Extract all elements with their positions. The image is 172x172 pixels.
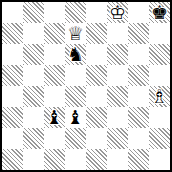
- chess-board: ♚♔♚♚♛♕♞♞♝♗♝♝♝♝: [2, 2, 170, 170]
- square-d4[interactable]: [65, 86, 86, 107]
- square-g8[interactable]: [128, 2, 149, 23]
- square-b2[interactable]: [23, 128, 44, 149]
- square-e4[interactable]: [86, 86, 107, 107]
- black-king-icon: ♚: [149, 2, 170, 23]
- white-king-icon: ♔: [107, 2, 128, 23]
- square-a8[interactable]: [2, 2, 23, 23]
- square-f3[interactable]: [107, 107, 128, 128]
- square-b7[interactable]: [23, 23, 44, 44]
- square-c3[interactable]: ♝♝: [44, 107, 65, 128]
- square-f7[interactable]: [107, 23, 128, 44]
- square-g7[interactable]: [128, 23, 149, 44]
- square-h2[interactable]: [149, 128, 170, 149]
- square-f2[interactable]: [107, 128, 128, 149]
- white-bishop-h4[interactable]: ♝♗: [149, 86, 170, 107]
- square-e2[interactable]: [86, 128, 107, 149]
- square-c2[interactable]: [44, 128, 65, 149]
- square-b1[interactable]: [23, 149, 44, 170]
- square-h4[interactable]: ♝♗: [149, 86, 170, 107]
- black-bishop-icon: ♝: [44, 107, 65, 128]
- square-d1[interactable]: [65, 149, 86, 170]
- white-bishop-icon: ♗: [149, 86, 170, 107]
- square-c8[interactable]: [44, 2, 65, 23]
- square-a7[interactable]: [2, 23, 23, 44]
- square-g3[interactable]: [128, 107, 149, 128]
- square-f1[interactable]: [107, 149, 128, 170]
- square-e3[interactable]: [86, 107, 107, 128]
- square-c1[interactable]: [44, 149, 65, 170]
- square-h8[interactable]: ♚♚: [149, 2, 170, 23]
- square-d7[interactable]: ♛♕: [65, 23, 86, 44]
- black-king-h8[interactable]: ♚♚: [149, 2, 170, 23]
- square-c4[interactable]: [44, 86, 65, 107]
- white-queen-d7[interactable]: ♛♕: [65, 23, 86, 44]
- square-h3[interactable]: [149, 107, 170, 128]
- square-e5[interactable]: [86, 65, 107, 86]
- black-bishop-d3[interactable]: ♝♝: [65, 107, 86, 128]
- square-h6[interactable]: [149, 44, 170, 65]
- square-b4[interactable]: [23, 86, 44, 107]
- square-g2[interactable]: [128, 128, 149, 149]
- square-e1[interactable]: [86, 149, 107, 170]
- square-a5[interactable]: [2, 65, 23, 86]
- square-g1[interactable]: [128, 149, 149, 170]
- chess-diagram: ♚♔♚♚♛♕♞♞♝♗♝♝♝♝: [0, 0, 172, 172]
- square-b3[interactable]: [23, 107, 44, 128]
- square-c7[interactable]: [44, 23, 65, 44]
- square-a1[interactable]: [2, 149, 23, 170]
- square-e8[interactable]: [86, 2, 107, 23]
- square-h1[interactable]: [149, 149, 170, 170]
- square-h7[interactable]: [149, 23, 170, 44]
- square-f8[interactable]: ♚♔: [107, 2, 128, 23]
- square-f4[interactable]: [107, 86, 128, 107]
- square-a4[interactable]: [2, 86, 23, 107]
- black-bishop-icon: ♝: [65, 107, 86, 128]
- white-queen-icon: ♕: [65, 23, 86, 44]
- square-a3[interactable]: [2, 107, 23, 128]
- white-king-f8[interactable]: ♚♔: [107, 2, 128, 23]
- black-knight-icon: ♞: [65, 44, 86, 65]
- square-a2[interactable]: [2, 128, 23, 149]
- square-d2[interactable]: [65, 128, 86, 149]
- square-b6[interactable]: [23, 44, 44, 65]
- square-c6[interactable]: [44, 44, 65, 65]
- square-e7[interactable]: [86, 23, 107, 44]
- square-e6[interactable]: [86, 44, 107, 65]
- square-d5[interactable]: [65, 65, 86, 86]
- square-a6[interactable]: [2, 44, 23, 65]
- black-knight-d6[interactable]: ♞♞: [65, 44, 86, 65]
- square-b8[interactable]: [23, 2, 44, 23]
- square-f6[interactable]: [107, 44, 128, 65]
- square-d3[interactable]: ♝♝: [65, 107, 86, 128]
- square-d8[interactable]: [65, 2, 86, 23]
- square-d6[interactable]: ♞♞: [65, 44, 86, 65]
- square-g4[interactable]: [128, 86, 149, 107]
- square-h5[interactable]: [149, 65, 170, 86]
- black-bishop-c3[interactable]: ♝♝: [44, 107, 65, 128]
- square-g5[interactable]: [128, 65, 149, 86]
- square-c5[interactable]: [44, 65, 65, 86]
- square-b5[interactable]: [23, 65, 44, 86]
- square-g6[interactable]: [128, 44, 149, 65]
- square-f5[interactable]: [107, 65, 128, 86]
